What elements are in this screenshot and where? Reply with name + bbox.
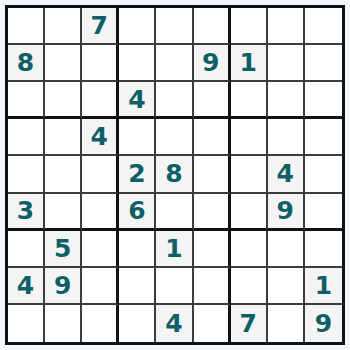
cell-r9c1[interactable]	[8, 305, 45, 342]
cell-r4c2[interactable]	[45, 119, 82, 156]
cell-r4c6[interactable]	[194, 119, 231, 156]
cell-r9c3[interactable]	[82, 305, 119, 342]
cell-r2c6[interactable]: 9	[194, 45, 231, 82]
cell-r7c1[interactable]	[8, 231, 45, 268]
cell-r2c3[interactable]	[82, 45, 119, 82]
cell-r7c5[interactable]: 1	[156, 231, 193, 268]
cell-r7c3[interactable]	[82, 231, 119, 268]
cell-r1c1[interactable]	[8, 8, 45, 45]
cell-r6c5[interactable]	[156, 194, 193, 231]
cell-r1c7[interactable]	[231, 8, 268, 45]
cell-r7c8[interactable]	[268, 231, 305, 268]
cell-r5c7[interactable]	[231, 156, 268, 193]
cell-r3c2[interactable]	[45, 82, 82, 119]
cell-r3c5[interactable]	[156, 82, 193, 119]
cell-r1c2[interactable]	[45, 8, 82, 45]
cell-r2c8[interactable]	[268, 45, 305, 82]
cell-r5c2[interactable]	[45, 156, 82, 193]
cell-r6c4[interactable]: 6	[119, 194, 156, 231]
cell-r8c6[interactable]	[194, 268, 231, 305]
cell-r9c5[interactable]: 4	[156, 305, 193, 342]
page-background: 78914428436951491479	[0, 0, 350, 350]
cell-r5c8[interactable]: 4	[268, 156, 305, 193]
cell-r6c2[interactable]	[45, 194, 82, 231]
cell-r1c6[interactable]	[194, 8, 231, 45]
sudoku-board: 78914428436951491479	[5, 5, 345, 345]
cell-r2c2[interactable]	[45, 45, 82, 82]
cell-r1c9[interactable]	[305, 8, 342, 45]
cell-r1c4[interactable]	[119, 8, 156, 45]
cell-r2c1[interactable]: 8	[8, 45, 45, 82]
cell-r7c6[interactable]	[194, 231, 231, 268]
cell-r1c8[interactable]	[268, 8, 305, 45]
cell-r2c7[interactable]: 1	[231, 45, 268, 82]
cell-r8c9[interactable]: 1	[305, 268, 342, 305]
cell-r9c4[interactable]	[119, 305, 156, 342]
cell-r9c9[interactable]: 9	[305, 305, 342, 342]
cell-r5c1[interactable]	[8, 156, 45, 193]
cell-r3c6[interactable]	[194, 82, 231, 119]
cell-r3c8[interactable]	[268, 82, 305, 119]
cell-r5c9[interactable]	[305, 156, 342, 193]
cell-r5c3[interactable]	[82, 156, 119, 193]
cell-r4c1[interactable]	[8, 119, 45, 156]
cell-r8c3[interactable]	[82, 268, 119, 305]
cell-r7c4[interactable]	[119, 231, 156, 268]
cell-r3c4[interactable]: 4	[119, 82, 156, 119]
cell-r4c8[interactable]	[268, 119, 305, 156]
cell-r9c6[interactable]	[194, 305, 231, 342]
cell-r2c9[interactable]	[305, 45, 342, 82]
cell-r7c7[interactable]	[231, 231, 268, 268]
cell-r7c9[interactable]	[305, 231, 342, 268]
cell-r8c4[interactable]	[119, 268, 156, 305]
cell-r8c2[interactable]: 9	[45, 268, 82, 305]
cell-r6c1[interactable]: 3	[8, 194, 45, 231]
cell-r4c9[interactable]	[305, 119, 342, 156]
cell-r8c1[interactable]: 4	[8, 268, 45, 305]
cell-r5c5[interactable]: 8	[156, 156, 193, 193]
cell-r6c7[interactable]	[231, 194, 268, 231]
cell-r3c7[interactable]	[231, 82, 268, 119]
cell-r1c3[interactable]: 7	[82, 8, 119, 45]
cell-r6c3[interactable]	[82, 194, 119, 231]
cell-r9c8[interactable]	[268, 305, 305, 342]
cell-r8c7[interactable]	[231, 268, 268, 305]
cell-r4c3[interactable]: 4	[82, 119, 119, 156]
cell-r6c8[interactable]: 9	[268, 194, 305, 231]
cell-r4c4[interactable]	[119, 119, 156, 156]
cell-r2c4[interactable]	[119, 45, 156, 82]
cell-r6c9[interactable]	[305, 194, 342, 231]
cell-r5c4[interactable]: 2	[119, 156, 156, 193]
cell-r3c1[interactable]	[8, 82, 45, 119]
cell-r4c5[interactable]	[156, 119, 193, 156]
cell-r5c6[interactable]	[194, 156, 231, 193]
cell-r9c7[interactable]: 7	[231, 305, 268, 342]
cell-r8c8[interactable]	[268, 268, 305, 305]
cell-r4c7[interactable]	[231, 119, 268, 156]
cell-r2c5[interactable]	[156, 45, 193, 82]
cell-r3c9[interactable]	[305, 82, 342, 119]
cell-r3c3[interactable]	[82, 82, 119, 119]
cell-r9c2[interactable]	[45, 305, 82, 342]
cell-r7c2[interactable]: 5	[45, 231, 82, 268]
cell-r8c5[interactable]	[156, 268, 193, 305]
cell-r6c6[interactable]	[194, 194, 231, 231]
cell-r1c5[interactable]	[156, 8, 193, 45]
